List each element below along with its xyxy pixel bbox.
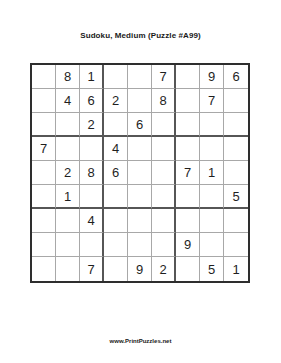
cell-r9c2 [56, 257, 80, 281]
cell-r2c2: 4 [56, 89, 80, 113]
cell-r5c9 [224, 161, 248, 185]
cell-r7c2 [56, 209, 80, 233]
cell-r3c7 [176, 113, 200, 137]
sudoku-board: 8179646287267428671154979251 [30, 63, 250, 283]
cell-r4c8 [200, 137, 224, 161]
cell-r3c5: 6 [128, 113, 152, 137]
cell-r8c9 [224, 233, 248, 257]
cell-r4c5 [128, 137, 152, 161]
cell-r1c1 [32, 65, 56, 89]
cell-r8c5 [128, 233, 152, 257]
cell-r6c7 [176, 185, 200, 209]
cell-r9c9: 1 [224, 257, 248, 281]
cell-r7c7 [176, 209, 200, 233]
cell-r6c1 [32, 185, 56, 209]
cell-r7c6 [152, 209, 176, 233]
cell-r4c7 [176, 137, 200, 161]
cell-r8c2 [56, 233, 80, 257]
cell-r2c6: 8 [152, 89, 176, 113]
cell-r7c1 [32, 209, 56, 233]
cell-r9c1 [32, 257, 56, 281]
cell-r4c1: 7 [32, 137, 56, 161]
cell-r1c9: 6 [224, 65, 248, 89]
cell-r8c6 [152, 233, 176, 257]
puzzle-page: Sudoku, Medium (Puzzle #A99) 81796462872… [0, 0, 281, 363]
cell-r7c8 [200, 209, 224, 233]
cell-r5c1 [32, 161, 56, 185]
cell-r6c5 [128, 185, 152, 209]
cell-r2c7 [176, 89, 200, 113]
cell-r4c4: 4 [104, 137, 128, 161]
cell-r3c4 [104, 113, 128, 137]
cell-r3c6 [152, 113, 176, 137]
cell-r1c8: 9 [200, 65, 224, 89]
cell-r3c3: 2 [80, 113, 104, 137]
cell-r9c8: 5 [200, 257, 224, 281]
puzzle-title: Sudoku, Medium (Puzzle #A99) [0, 31, 281, 40]
cell-r7c4 [104, 209, 128, 233]
cell-r6c6 [152, 185, 176, 209]
cell-r1c2: 8 [56, 65, 80, 89]
cell-r4c3 [80, 137, 104, 161]
cell-r1c4 [104, 65, 128, 89]
cell-r8c7: 9 [176, 233, 200, 257]
cell-r6c9: 5 [224, 185, 248, 209]
cell-r5c3: 8 [80, 161, 104, 185]
cell-r6c3 [80, 185, 104, 209]
cell-r2c9 [224, 89, 248, 113]
footer-url: www.PrintPuzzles.net [0, 338, 281, 344]
cell-r5c7: 7 [176, 161, 200, 185]
cell-r2c8: 7 [200, 89, 224, 113]
cell-r1c3: 1 [80, 65, 104, 89]
cell-r2c1 [32, 89, 56, 113]
cell-r6c8 [200, 185, 224, 209]
cell-r8c4 [104, 233, 128, 257]
cell-r1c6: 7 [152, 65, 176, 89]
cell-r4c6 [152, 137, 176, 161]
cell-r7c3: 4 [80, 209, 104, 233]
cell-r5c8: 1 [200, 161, 224, 185]
cell-r5c2: 2 [56, 161, 80, 185]
cell-r1c7 [176, 65, 200, 89]
cell-r8c1 [32, 233, 56, 257]
cell-r9c7 [176, 257, 200, 281]
cell-r5c6 [152, 161, 176, 185]
cell-r2c3: 6 [80, 89, 104, 113]
cell-r3c9 [224, 113, 248, 137]
cell-r9c3: 7 [80, 257, 104, 281]
cell-r3c8 [200, 113, 224, 137]
cell-r2c5 [128, 89, 152, 113]
cell-r5c4: 6 [104, 161, 128, 185]
cell-r6c4 [104, 185, 128, 209]
cell-r9c5: 9 [128, 257, 152, 281]
cell-r9c4 [104, 257, 128, 281]
cell-r8c3 [80, 233, 104, 257]
cell-r3c1 [32, 113, 56, 137]
cell-r9c6: 2 [152, 257, 176, 281]
cell-r7c9 [224, 209, 248, 233]
cell-r4c9 [224, 137, 248, 161]
cell-r6c2: 1 [56, 185, 80, 209]
cell-r1c5 [128, 65, 152, 89]
cell-r5c5 [128, 161, 152, 185]
cell-r8c8 [200, 233, 224, 257]
cell-r2c4: 2 [104, 89, 128, 113]
cell-r4c2 [56, 137, 80, 161]
cell-r3c2 [56, 113, 80, 137]
cell-r7c5 [128, 209, 152, 233]
